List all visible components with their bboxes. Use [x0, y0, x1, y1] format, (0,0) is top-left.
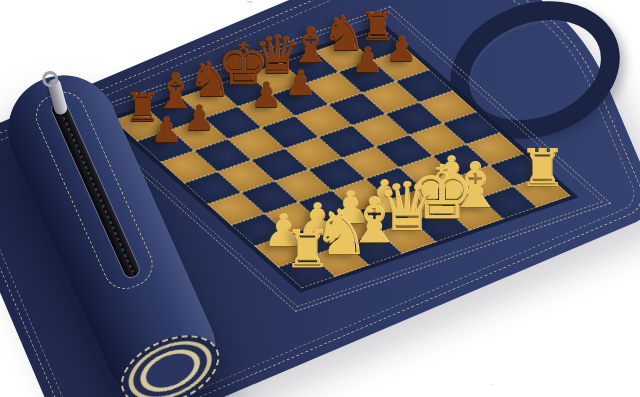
piece-light-rook-h1[interactable]: ♜: [511, 142, 573, 194]
watermark-artifact-top: ™: [246, 0, 254, 9]
zipper-ring-icon: [40, 69, 60, 89]
product-photo: ♜♝♞♚♛♝♞♜♟♟♟♟♟♟♟♟♟♟♟♜♞♝♛♚♝♜ ™ ·: [0, 0, 640, 397]
piece-light-rook-a1[interactable]: ♜: [276, 223, 338, 275]
piece-dark-pawn-a7[interactable]: ♟: [145, 113, 187, 148]
piece-dark-pawn-d7[interactable]: ♟: [245, 78, 287, 113]
watermark-artifact-bottom: ·: [490, 381, 492, 389]
piece-dark-pawn-g7[interactable]: ♟: [346, 43, 388, 78]
